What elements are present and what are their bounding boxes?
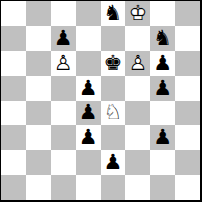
square-d7 <box>76 26 101 51</box>
square-e2: ♟ <box>101 150 126 175</box>
square-f8: ♚♔ <box>125 1 150 26</box>
square-d6 <box>76 51 101 76</box>
white-pawn-c6-icon: ♟♙ <box>51 51 76 76</box>
square-h4 <box>175 101 200 126</box>
square-d8 <box>76 1 101 26</box>
square-h3 <box>175 125 200 150</box>
square-e4: ♞♘ <box>101 101 126 126</box>
square-a6 <box>1 51 26 76</box>
square-a5 <box>1 76 26 101</box>
black-pawn-d4-icon: ♟ <box>76 101 101 126</box>
square-g8 <box>150 1 175 26</box>
square-g1 <box>150 175 175 200</box>
square-g5: ♟ <box>150 76 175 101</box>
square-h7 <box>175 26 200 51</box>
square-b7 <box>26 26 51 51</box>
square-g4 <box>150 101 175 126</box>
square-b3 <box>26 125 51 150</box>
black-pawn-d5-icon: ♟ <box>76 76 101 101</box>
square-f7 <box>125 26 150 51</box>
square-d1 <box>76 175 101 200</box>
square-g7: ♞ <box>150 26 175 51</box>
square-a3 <box>1 125 26 150</box>
square-f3 <box>125 125 150 150</box>
square-c4 <box>51 101 76 126</box>
black-pawn-c7-icon: ♟ <box>51 26 76 51</box>
square-d3: ♟ <box>76 125 101 150</box>
black-pawn-g3-icon: ♟ <box>150 125 175 150</box>
square-a1 <box>1 175 26 200</box>
square-h6 <box>175 51 200 76</box>
square-f2 <box>125 150 150 175</box>
white-knight-e4-icon: ♞♘ <box>101 101 126 126</box>
black-pawn-g5-icon: ♟ <box>150 76 175 101</box>
square-h8 <box>175 1 200 26</box>
square-g3: ♟ <box>150 125 175 150</box>
chess-board: ♞♚♔♟♞♟♙♚♟♙♟♟♟♟♞♘♟♟♟ <box>0 0 202 202</box>
square-e6: ♚ <box>101 51 126 76</box>
square-e5 <box>101 76 126 101</box>
square-a8 <box>1 1 26 26</box>
board-grid: ♞♚♔♟♞♟♙♚♟♙♟♟♟♟♞♘♟♟♟ <box>1 1 200 200</box>
square-f4 <box>125 101 150 126</box>
square-b2 <box>26 150 51 175</box>
square-f6: ♟♙ <box>125 51 150 76</box>
black-knight-g7-icon: ♞ <box>150 26 175 51</box>
square-b8 <box>26 1 51 26</box>
square-e8: ♞ <box>101 1 126 26</box>
square-c5 <box>51 76 76 101</box>
square-b1 <box>26 175 51 200</box>
black-pawn-d3-icon: ♟ <box>76 125 101 150</box>
black-pawn-g6-icon: ♟ <box>150 51 175 76</box>
square-b5 <box>26 76 51 101</box>
square-c1 <box>51 175 76 200</box>
square-e3 <box>101 125 126 150</box>
square-e7 <box>101 26 126 51</box>
square-h5 <box>175 76 200 101</box>
square-h1 <box>175 175 200 200</box>
black-pawn-e2-icon: ♟ <box>101 150 126 175</box>
square-d2 <box>76 150 101 175</box>
square-c6: ♟♙ <box>51 51 76 76</box>
white-king-f8-icon: ♚♔ <box>125 1 150 26</box>
square-f1 <box>125 175 150 200</box>
square-a2 <box>1 150 26 175</box>
square-c2 <box>51 150 76 175</box>
square-c3 <box>51 125 76 150</box>
square-d4: ♟ <box>76 101 101 126</box>
square-b6 <box>26 51 51 76</box>
square-c8 <box>51 1 76 26</box>
square-a7 <box>1 26 26 51</box>
square-f5 <box>125 76 150 101</box>
black-king-e6-icon: ♚ <box>101 51 126 76</box>
square-b4 <box>26 101 51 126</box>
square-c7: ♟ <box>51 26 76 51</box>
square-h2 <box>175 150 200 175</box>
white-pawn-f6-icon: ♟♙ <box>125 51 150 76</box>
black-knight-e8-icon: ♞ <box>101 1 126 26</box>
square-d5: ♟ <box>76 76 101 101</box>
square-g2 <box>150 150 175 175</box>
square-g6: ♟ <box>150 51 175 76</box>
square-e1 <box>101 175 126 200</box>
square-a4 <box>1 101 26 126</box>
